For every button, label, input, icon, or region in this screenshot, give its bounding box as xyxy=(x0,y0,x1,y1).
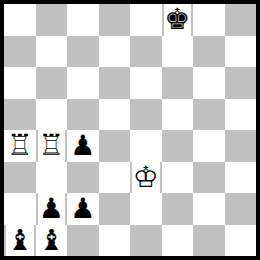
square-a5 xyxy=(4,99,36,131)
square-h3 xyxy=(225,162,257,194)
white-rook: ♖ xyxy=(36,130,68,162)
square-g1 xyxy=(193,225,225,257)
black-pawn: ♟ xyxy=(36,193,68,225)
diagram-stage: ♚♖♖♟♔♟♟♝♝ xyxy=(0,0,260,260)
white-rook: ♖ xyxy=(4,130,36,162)
square-g3 xyxy=(193,162,225,194)
square-f5 xyxy=(162,99,194,131)
square-d7 xyxy=(99,36,131,68)
square-g2 xyxy=(193,193,225,225)
square-e7 xyxy=(130,36,162,68)
chess-board: ♚♖♖♟♔♟♟♝♝ xyxy=(0,0,260,260)
square-h7 xyxy=(225,36,257,68)
square-b6 xyxy=(36,67,68,99)
square-f3 xyxy=(162,162,194,194)
square-c1 xyxy=(67,225,99,257)
square-f4 xyxy=(162,130,194,162)
square-a7 xyxy=(4,36,36,68)
square-e4 xyxy=(130,130,162,162)
square-h5 xyxy=(225,99,257,131)
square-d3 xyxy=(99,162,131,194)
square-e8 xyxy=(130,4,162,36)
square-c2: ♟ xyxy=(67,193,99,225)
square-f7 xyxy=(162,36,194,68)
black-pawn: ♟ xyxy=(67,130,99,162)
square-e3: ♔ xyxy=(130,162,162,194)
square-d1 xyxy=(99,225,131,257)
square-a2 xyxy=(4,193,36,225)
black-bishop: ♝ xyxy=(4,225,36,257)
square-g6 xyxy=(193,67,225,99)
square-f8: ♚ xyxy=(162,4,194,36)
square-c3 xyxy=(67,162,99,194)
square-c5 xyxy=(67,99,99,131)
square-h1 xyxy=(225,225,257,257)
square-b8 xyxy=(36,4,68,36)
square-e5 xyxy=(130,99,162,131)
square-d5 xyxy=(99,99,131,131)
square-g7 xyxy=(193,36,225,68)
square-b4: ♖ xyxy=(36,130,68,162)
black-king: ♚ xyxy=(162,4,194,36)
square-c7 xyxy=(67,36,99,68)
square-h8 xyxy=(225,4,257,36)
square-b1: ♝ xyxy=(36,225,68,257)
square-d8 xyxy=(99,4,131,36)
square-f1 xyxy=(162,225,194,257)
square-b3 xyxy=(36,162,68,194)
square-h2 xyxy=(225,193,257,225)
square-a1: ♝ xyxy=(4,225,36,257)
white-king: ♔ xyxy=(130,162,162,194)
black-pawn: ♟ xyxy=(67,193,99,225)
square-d6 xyxy=(99,67,131,99)
square-c8 xyxy=(67,4,99,36)
square-f6 xyxy=(162,67,194,99)
square-e1 xyxy=(130,225,162,257)
square-c6 xyxy=(67,67,99,99)
square-b7 xyxy=(36,36,68,68)
square-a4: ♖ xyxy=(4,130,36,162)
square-b5 xyxy=(36,99,68,131)
square-a6 xyxy=(4,67,36,99)
square-a3 xyxy=(4,162,36,194)
square-g4 xyxy=(193,130,225,162)
square-c4: ♟ xyxy=(67,130,99,162)
square-g5 xyxy=(193,99,225,131)
square-e2 xyxy=(130,193,162,225)
square-h4 xyxy=(225,130,257,162)
square-g8 xyxy=(193,4,225,36)
square-d4 xyxy=(99,130,131,162)
square-d2 xyxy=(99,193,131,225)
square-a8 xyxy=(4,4,36,36)
square-b2: ♟ xyxy=(36,193,68,225)
square-e6 xyxy=(130,67,162,99)
square-h6 xyxy=(225,67,257,99)
square-f2 xyxy=(162,193,194,225)
black-bishop: ♝ xyxy=(36,225,68,257)
